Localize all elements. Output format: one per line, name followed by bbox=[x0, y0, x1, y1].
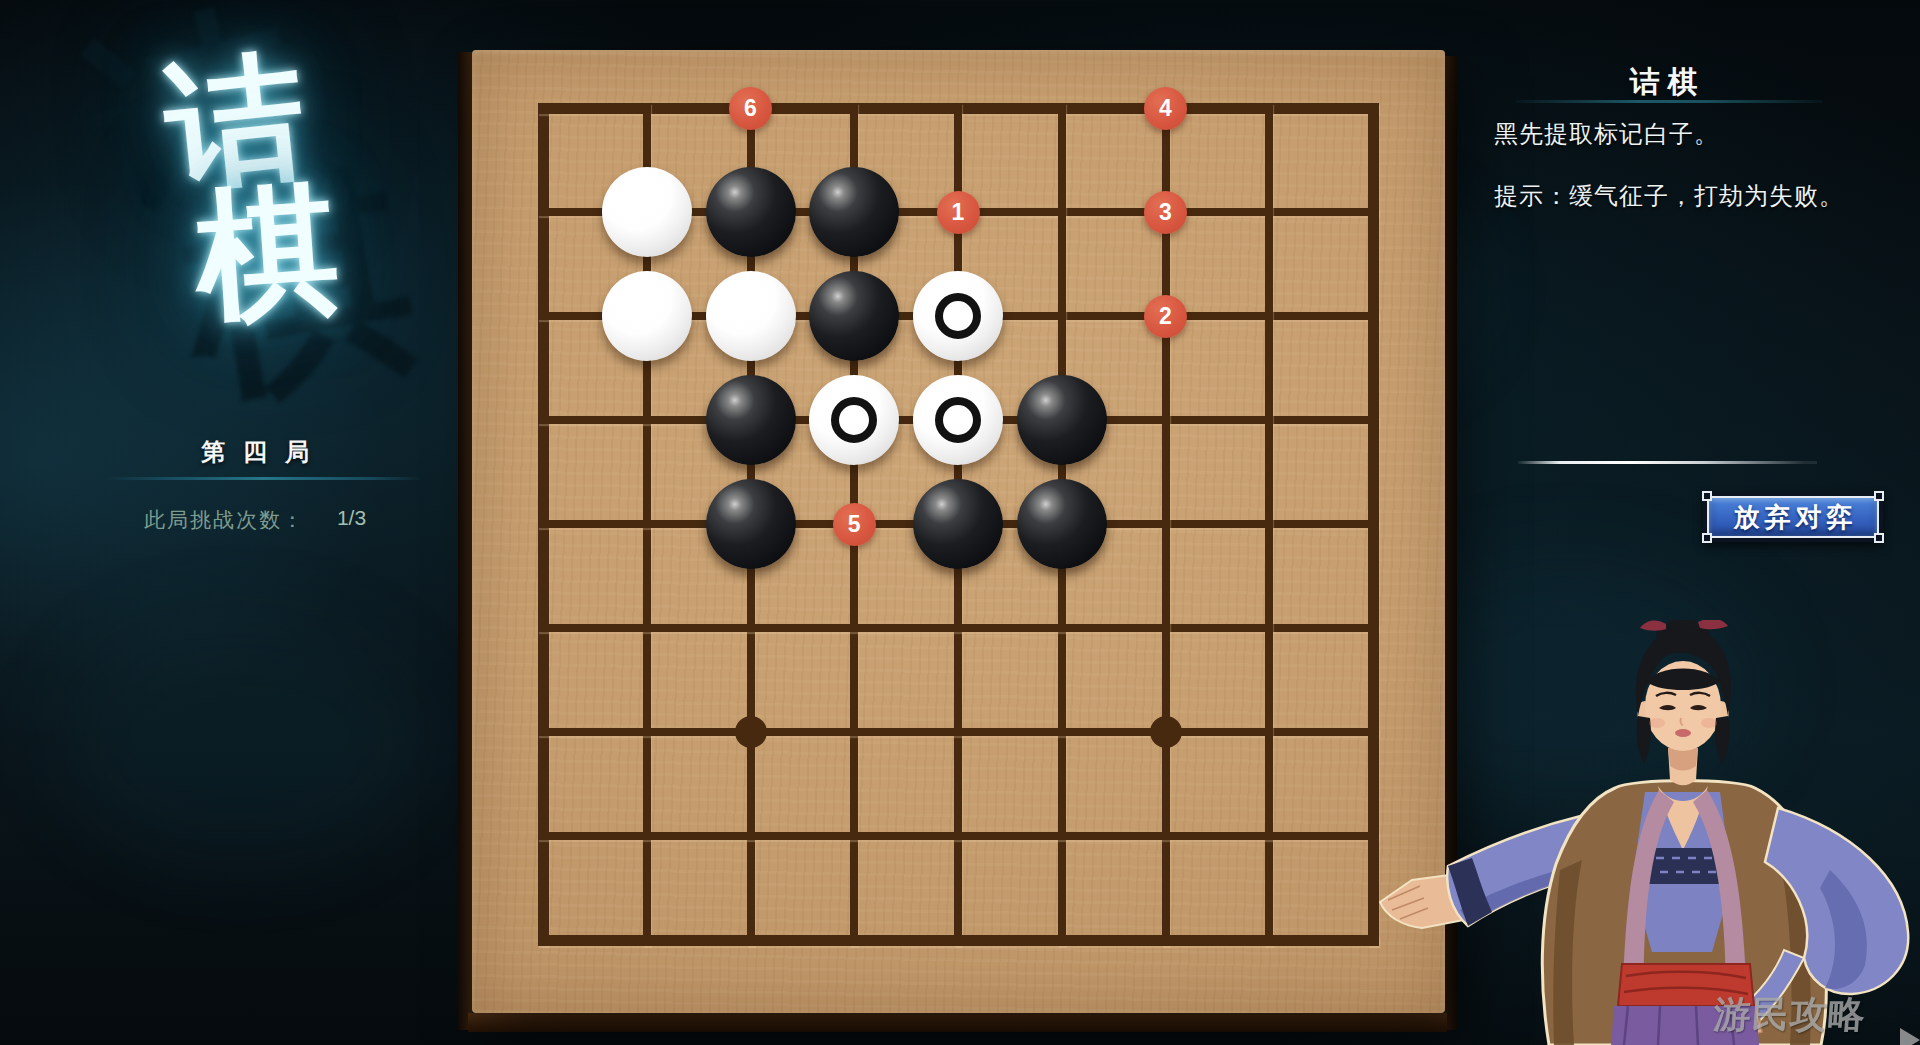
black-stone bbox=[809, 271, 899, 361]
black-stone bbox=[706, 479, 796, 569]
frame-corner-ornament bbox=[1702, 533, 1712, 543]
frame-corner-ornament bbox=[1874, 533, 1884, 543]
white-stone bbox=[602, 167, 692, 257]
circle-mark bbox=[831, 397, 877, 443]
go-board-wrap: 123456 bbox=[458, 50, 1457, 1032]
give-up-button[interactable]: 放弃对弈 bbox=[1703, 492, 1883, 542]
black-stone bbox=[706, 167, 796, 257]
puzzle-calligraphy-art: 诘 棋 诘 棋 bbox=[0, 0, 460, 430]
watermark-arrow-icon bbox=[1900, 1028, 1920, 1045]
go-board[interactable]: 123456 bbox=[472, 50, 1445, 1013]
frame-corner-ornament bbox=[1874, 491, 1884, 501]
watermark-text: 游民攻略组 bbox=[1709, 990, 1900, 1045]
white-stone bbox=[706, 271, 796, 361]
divider bbox=[1516, 100, 1823, 103]
black-stone bbox=[706, 375, 796, 465]
calligraphy-glow: 棋 bbox=[191, 177, 343, 329]
grid-line-vertical bbox=[1265, 103, 1273, 946]
puzzle-objective-text: 黑先提取标记白子。 bbox=[1494, 118, 1719, 150]
give-up-button-label: 放弃对弈 bbox=[1729, 500, 1858, 535]
attempts-value: 1/3 bbox=[337, 506, 366, 534]
black-stone bbox=[809, 167, 899, 257]
board-side-face bbox=[468, 1013, 1447, 1032]
black-stone bbox=[1017, 479, 1107, 569]
move-number-marker: 3 bbox=[1144, 191, 1187, 234]
circle-mark bbox=[935, 397, 981, 443]
attempts-row: 此局挑战次数： 1/3 bbox=[85, 506, 425, 534]
grid-line-horizontal bbox=[538, 624, 1379, 632]
board-side-face bbox=[458, 52, 472, 1030]
move-number-marker: 4 bbox=[1144, 87, 1187, 130]
move-number-marker: 2 bbox=[1144, 295, 1187, 338]
attempts-label: 此局挑战次数： bbox=[144, 506, 305, 534]
divider bbox=[104, 477, 422, 480]
round-label: 第四局 bbox=[85, 436, 425, 468]
black-stone bbox=[913, 479, 1003, 569]
watermark: 游民攻略组 bbox=[1712, 990, 1920, 1045]
npc-character-illustration bbox=[1360, 620, 1920, 1045]
give-up-button-frame: 放弃对弈 bbox=[1707, 496, 1879, 538]
divider bbox=[1518, 461, 1817, 464]
frame-corner-ornament bbox=[1702, 491, 1712, 501]
star-point bbox=[1150, 716, 1182, 748]
background-cloud bbox=[60, 620, 420, 860]
panel-title: 诘棋 bbox=[1490, 62, 1845, 103]
circle-mark bbox=[935, 293, 981, 339]
move-number-marker: 1 bbox=[937, 191, 980, 234]
grid-line-horizontal bbox=[538, 935, 1379, 946]
black-stone bbox=[1017, 375, 1107, 465]
star-point bbox=[735, 716, 767, 748]
move-number-marker: 5 bbox=[833, 503, 876, 546]
white-stone bbox=[602, 271, 692, 361]
puzzle-hint-text: 提示：缓气征子，打劫为失败。 bbox=[1494, 180, 1844, 212]
move-number-marker: 6 bbox=[729, 87, 772, 130]
white-stone-marked bbox=[913, 271, 1003, 361]
white-stone-marked bbox=[913, 375, 1003, 465]
grid-line-horizontal bbox=[538, 728, 1379, 736]
grid-line-horizontal bbox=[538, 832, 1379, 840]
white-stone-marked bbox=[809, 375, 899, 465]
